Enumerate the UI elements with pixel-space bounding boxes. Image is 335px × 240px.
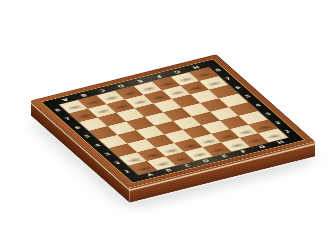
chess-photo-scene: AABBCCDDEEFFGGHH1122334455667788 ♜♞♝♛♚♝♞… [0, 0, 335, 240]
white-rook-icon: ♜ [129, 140, 158, 172]
chess-board-3d: AABBCCDDEEFFGGHH1122334455667788 ♜♞♝♛♚♝♞… [31, 54, 315, 187]
